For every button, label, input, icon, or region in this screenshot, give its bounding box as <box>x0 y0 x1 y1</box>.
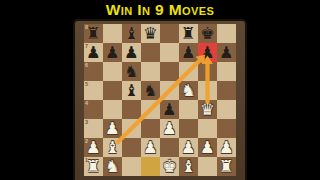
square-d3[interactable] <box>141 119 160 138</box>
piece-black-queen[interactable]: ♛ <box>141 24 160 43</box>
square-d4[interactable] <box>141 100 160 119</box>
square-a5[interactable]: 5 <box>84 81 103 100</box>
piece-white-pawn[interactable]: ♟ <box>103 119 122 138</box>
square-f1[interactable]: ♝ <box>179 157 198 176</box>
square-h5[interactable] <box>217 81 236 100</box>
square-g8[interactable]: ♚ <box>198 24 217 43</box>
square-h4[interactable] <box>217 100 236 119</box>
piece-white-pawn[interactable]: ♟ <box>198 138 217 157</box>
piece-black-king[interactable]: ♚ <box>198 24 217 43</box>
piece-white-king[interactable]: ♚ <box>160 157 179 176</box>
square-h2[interactable]: ♟ <box>217 138 236 157</box>
piece-white-bishop[interactable]: ♝ <box>103 138 122 157</box>
square-g5[interactable] <box>198 81 217 100</box>
piece-white-queen[interactable]: ♛ <box>198 100 217 119</box>
square-e7[interactable] <box>160 43 179 62</box>
square-e2[interactable] <box>160 138 179 157</box>
square-a2[interactable]: 2♟ <box>84 138 103 157</box>
square-a1[interactable]: 1♜ <box>84 157 103 176</box>
rank-label-3: 3 <box>85 119 88 125</box>
piece-black-bishop[interactable]: ♝ <box>122 24 141 43</box>
square-e5[interactable] <box>160 81 179 100</box>
square-f6[interactable] <box>179 62 198 81</box>
rank-label-6: 6 <box>85 62 88 68</box>
piece-white-knight[interactable]: ♞ <box>103 157 122 176</box>
square-a3[interactable]: 3 <box>84 119 103 138</box>
square-h6[interactable] <box>217 62 236 81</box>
chess-board: 8♜♝♛♜♚7♟♟♟♟♟♟6♞5♝♞♞4♟♛3♟♟2♟♝♟♟♟♟1♜♞♚♝♜ <box>74 20 246 180</box>
piece-white-bishop[interactable]: ♝ <box>179 157 198 176</box>
piece-black-rook[interactable]: ♜ <box>84 24 103 43</box>
piece-black-knight[interactable]: ♞ <box>141 81 160 100</box>
square-a4[interactable]: 4 <box>84 100 103 119</box>
square-f2[interactable]: ♟ <box>179 138 198 157</box>
square-e3[interactable]: ♟ <box>160 119 179 138</box>
square-a8[interactable]: 8♜ <box>84 24 103 43</box>
square-e8[interactable] <box>160 24 179 43</box>
square-h8[interactable] <box>217 24 236 43</box>
piece-black-knight[interactable]: ♞ <box>122 62 141 81</box>
piece-black-pawn[interactable]: ♟ <box>198 43 217 62</box>
piece-white-pawn[interactable]: ♟ <box>217 138 236 157</box>
rank-label-5: 5 <box>85 81 88 87</box>
square-h1[interactable]: ♜ <box>217 157 236 176</box>
piece-white-knight[interactable]: ♞ <box>179 81 198 100</box>
square-b3[interactable]: ♟ <box>103 119 122 138</box>
square-b8[interactable] <box>103 24 122 43</box>
square-f7[interactable]: ♟ <box>179 43 198 62</box>
square-c7[interactable]: ♟ <box>122 43 141 62</box>
square-b6[interactable] <box>103 62 122 81</box>
square-b5[interactable] <box>103 81 122 100</box>
square-b7[interactable]: ♟ <box>103 43 122 62</box>
piece-white-pawn[interactable]: ♟ <box>141 138 160 157</box>
square-f4[interactable] <box>179 100 198 119</box>
piece-black-pawn[interactable]: ♟ <box>179 43 198 62</box>
square-d2[interactable]: ♟ <box>141 138 160 157</box>
square-g1[interactable] <box>198 157 217 176</box>
square-f5[interactable]: ♞ <box>179 81 198 100</box>
square-c5[interactable]: ♝ <box>122 81 141 100</box>
square-f8[interactable]: ♜ <box>179 24 198 43</box>
square-g4[interactable]: ♛ <box>198 100 217 119</box>
piece-black-pawn[interactable]: ♟ <box>103 43 122 62</box>
square-c2[interactable] <box>122 138 141 157</box>
square-g7[interactable]: ♟ <box>198 43 217 62</box>
square-c1[interactable] <box>122 157 141 176</box>
piece-white-pawn[interactable]: ♟ <box>160 119 179 138</box>
square-d7[interactable] <box>141 43 160 62</box>
thumbnail: Win In 9 Moves 8♜♝♛♜♚7♟♟♟♟♟♟6♞5♝♞♞4♟♛3♟♟… <box>0 0 320 180</box>
rank-label-4: 4 <box>85 100 88 106</box>
square-c6[interactable]: ♞ <box>122 62 141 81</box>
square-c3[interactable] <box>122 119 141 138</box>
square-e6[interactable] <box>160 62 179 81</box>
piece-black-rook[interactable]: ♜ <box>179 24 198 43</box>
square-c4[interactable] <box>122 100 141 119</box>
piece-white-rook[interactable]: ♜ <box>84 157 103 176</box>
piece-black-pawn[interactable]: ♟ <box>217 43 236 62</box>
piece-white-rook[interactable]: ♜ <box>217 157 236 176</box>
square-g6[interactable] <box>198 62 217 81</box>
square-b4[interactable] <box>103 100 122 119</box>
square-h7[interactable]: ♟ <box>217 43 236 62</box>
square-d8[interactable]: ♛ <box>141 24 160 43</box>
piece-black-pawn[interactable]: ♟ <box>84 43 103 62</box>
piece-white-pawn[interactable]: ♟ <box>84 138 103 157</box>
square-a7[interactable]: 7♟ <box>84 43 103 62</box>
board-grid: 8♜♝♛♜♚7♟♟♟♟♟♟6♞5♝♞♞4♟♛3♟♟2♟♝♟♟♟♟1♜♞♚♝♜ <box>84 24 236 176</box>
square-f3[interactable] <box>179 119 198 138</box>
square-b2[interactable]: ♝ <box>103 138 122 157</box>
video-title: Win In 9 Moves <box>0 0 320 20</box>
piece-black-pawn[interactable]: ♟ <box>122 43 141 62</box>
square-h3[interactable] <box>217 119 236 138</box>
square-e1[interactable]: ♚ <box>160 157 179 176</box>
piece-white-pawn[interactable]: ♟ <box>179 138 198 157</box>
piece-black-pawn[interactable]: ♟ <box>160 100 179 119</box>
square-d6[interactable] <box>141 62 160 81</box>
square-g2[interactable]: ♟ <box>198 138 217 157</box>
square-a6[interactable]: 6 <box>84 62 103 81</box>
square-g3[interactable] <box>198 119 217 138</box>
square-b1[interactable]: ♞ <box>103 157 122 176</box>
square-c8[interactable]: ♝ <box>122 24 141 43</box>
piece-black-bishop[interactable]: ♝ <box>122 81 141 100</box>
square-e4[interactable]: ♟ <box>160 100 179 119</box>
square-d1[interactable] <box>141 157 160 176</box>
square-d5[interactable]: ♞ <box>141 81 160 100</box>
